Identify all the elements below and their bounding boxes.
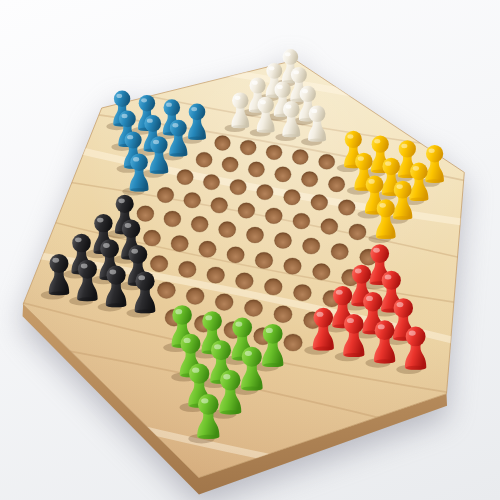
- hole-empty[interactable]: [301, 172, 317, 187]
- hole-empty[interactable]: [199, 241, 216, 257]
- hole-empty[interactable]: [338, 200, 355, 216]
- photo-background: [0, 0, 500, 500]
- hole-empty[interactable]: [292, 150, 308, 165]
- hole-empty[interactable]: [274, 306, 292, 323]
- hole-empty[interactable]: [171, 236, 188, 252]
- chinese-checkers-board: [0, 0, 500, 500]
- hole-empty[interactable]: [248, 162, 264, 177]
- hole-empty[interactable]: [246, 227, 263, 243]
- board-lighting-vignette: [0, 0, 500, 500]
- hole-empty[interactable]: [255, 252, 273, 268]
- hole-empty[interactable]: [186, 288, 204, 305]
- hole-empty[interactable]: [150, 256, 168, 272]
- hole-empty[interactable]: [222, 157, 238, 172]
- hole-empty[interactable]: [293, 213, 310, 229]
- hole-empty[interactable]: [311, 195, 328, 211]
- hole-empty[interactable]: [284, 258, 302, 274]
- hole-empty[interactable]: [179, 261, 197, 277]
- hole-empty[interactable]: [284, 189, 301, 205]
- hole-empty[interactable]: [143, 230, 160, 246]
- hole-empty[interactable]: [303, 238, 320, 254]
- hole-empty[interactable]: [319, 154, 335, 169]
- hole-empty[interactable]: [215, 136, 231, 151]
- hole-empty[interactable]: [219, 222, 236, 238]
- hole-empty[interactable]: [157, 187, 174, 202]
- hole-empty[interactable]: [137, 206, 154, 222]
- hole-empty[interactable]: [257, 184, 274, 199]
- hole-empty[interactable]: [157, 282, 175, 299]
- hole-empty[interactable]: [207, 267, 225, 283]
- hole-empty[interactable]: [203, 174, 219, 189]
- hole-empty[interactable]: [238, 203, 255, 219]
- hole-empty[interactable]: [293, 284, 311, 301]
- hole-empty[interactable]: [265, 208, 282, 224]
- hole-empty[interactable]: [240, 140, 256, 155]
- hole-empty[interactable]: [274, 233, 291, 249]
- hole-empty[interactable]: [196, 152, 212, 167]
- hole-empty[interactable]: [215, 294, 233, 311]
- hole-empty[interactable]: [184, 192, 201, 208]
- hole-empty[interactable]: [266, 145, 282, 160]
- hole-empty[interactable]: [313, 264, 331, 280]
- hole-empty[interactable]: [177, 170, 193, 185]
- hole-empty[interactable]: [244, 300, 262, 317]
- hole-empty[interactable]: [230, 179, 247, 194]
- hole-empty[interactable]: [236, 273, 254, 290]
- hole-empty[interactable]: [211, 198, 228, 214]
- hole-empty[interactable]: [275, 167, 291, 182]
- hole-empty[interactable]: [264, 279, 282, 296]
- hole-empty[interactable]: [191, 216, 208, 232]
- hole-empty[interactable]: [321, 219, 338, 235]
- hole-empty[interactable]: [284, 334, 303, 351]
- hole-empty[interactable]: [328, 177, 344, 192]
- hole-empty[interactable]: [227, 247, 244, 263]
- hole-empty[interactable]: [331, 244, 348, 260]
- hole-empty[interactable]: [349, 224, 366, 240]
- hole-empty[interactable]: [164, 211, 181, 227]
